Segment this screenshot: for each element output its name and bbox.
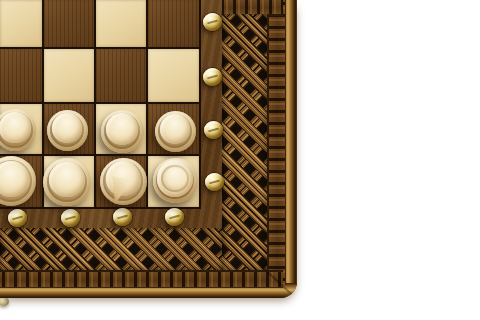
product-photo-page: { "game": "chess", "scene": { "descripti… [0,0,480,320]
square-e3[interactable] [0,49,42,102]
square-g3[interactable] [96,49,146,102]
chessboard-corner-photo: ♙♙♙♙♔♗♘♖ [0,0,297,298]
square-f3[interactable] [44,49,94,102]
basketweave-band-bottom [0,228,222,270]
hinge-pin [0,297,9,306]
square-h4[interactable] [148,0,199,47]
square-h2[interactable] [148,104,199,154]
square-f2[interactable] [44,104,94,154]
square-h3[interactable] [148,49,199,102]
carved-chain-band-right [267,0,286,285]
carved-chain-band-bottom [0,270,283,288]
square-g4[interactable] [96,0,146,47]
square-e1[interactable] [0,156,42,207]
square-h1[interactable] [148,156,199,207]
chessboard-field [0,0,201,209]
square-f4[interactable] [44,0,94,47]
square-f1[interactable] [44,156,94,207]
square-g2[interactable] [96,104,146,154]
square-g1[interactable] [96,156,146,207]
square-e4[interactable] [0,0,42,47]
square-e2[interactable] [0,104,42,154]
basketweave-band-right [222,14,267,270]
